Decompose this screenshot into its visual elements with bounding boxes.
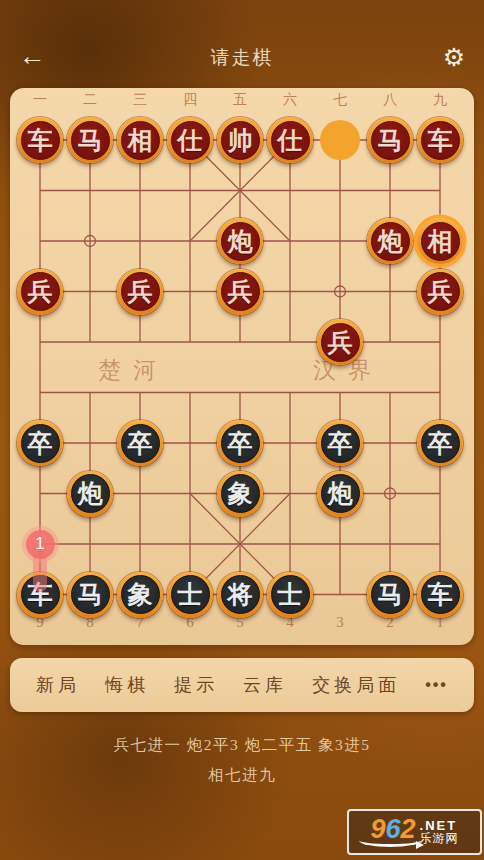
app-header: ← 请走棋 ⚙ [0, 0, 484, 88]
hint-move-marker[interactable]: 1 [26, 530, 55, 559]
piece-red-general[interactable]: 帅 [217, 117, 263, 163]
piece-label: 卒 [21, 424, 60, 463]
watermark-swoosh-arrow [359, 834, 421, 847]
piece-red-horse[interactable]: 马 [67, 117, 113, 163]
piece-black-soldier[interactable]: 卒 [17, 420, 63, 466]
page-title: 请走棋 [0, 45, 484, 71]
piece-label: 兵 [421, 272, 460, 311]
piece-label: 兵 [21, 272, 60, 311]
hint-button[interactable]: 提示 [174, 673, 218, 697]
piece-red-soldier[interactable]: 兵 [417, 269, 463, 315]
swap-sides-button[interactable]: 交换局面 [312, 673, 400, 697]
piece-label: 卒 [421, 424, 460, 463]
piece-label: 车 [421, 575, 460, 614]
piece-label: 马 [71, 575, 110, 614]
piece-label: 马 [71, 121, 110, 160]
move-history: 兵七进一 炮2平3 炮二平五 象3进5 相七进九 [0, 730, 484, 790]
piece-label: 仕 [171, 121, 210, 160]
piece-label: 马 [371, 121, 410, 160]
piece-red-chariot[interactable]: 车 [17, 117, 63, 163]
piece-black-soldier[interactable]: 卒 [417, 420, 463, 466]
piece-label: 炮 [371, 222, 410, 261]
piece-black-horse[interactable]: 马 [367, 572, 413, 618]
piece-red-elephant[interactable]: 相 [117, 117, 163, 163]
piece-label: 车 [421, 121, 460, 160]
piece-label: 炮 [221, 222, 260, 261]
xiangqi-board[interactable]: 一二三四五六七八九 987654321 楚河 汉界 车马相仕帅仕马车炮炮相兵兵兵… [10, 88, 474, 645]
watermark-logo: 962 .NET 乐游网 [347, 809, 482, 855]
piece-red-soldier[interactable]: 兵 [117, 269, 163, 315]
more-options-button[interactable]: ••• [425, 676, 448, 694]
piece-label: 兵 [321, 323, 360, 362]
piece-label: 象 [221, 474, 260, 513]
piece-label: 卒 [321, 424, 360, 463]
piece-black-cannon[interactable]: 炮 [67, 471, 113, 517]
piece-label: 马 [371, 575, 410, 614]
piece-red-soldier[interactable]: 兵 [17, 269, 63, 315]
piece-label: 士 [171, 575, 210, 614]
piece-black-cannon[interactable]: 炮 [317, 471, 363, 517]
piece-red-soldier[interactable]: 兵 [217, 269, 263, 315]
piece-label: 帅 [221, 121, 260, 160]
piece-black-elephant[interactable]: 象 [117, 572, 163, 618]
piece-label: 相 [421, 222, 460, 261]
piece-label: 卒 [221, 424, 260, 463]
piece-label: 炮 [321, 474, 360, 513]
piece-label: 兵 [221, 272, 260, 311]
piece-black-horse[interactable]: 马 [67, 572, 113, 618]
piece-red-elephant[interactable]: 相 [417, 218, 463, 264]
piece-black-general[interactable]: 将 [217, 572, 263, 618]
piece-label: 卒 [121, 424, 160, 463]
piece-black-advisor[interactable]: 士 [167, 572, 213, 618]
bottom-toolbar: 新局 悔棋 提示 云库 交换局面 ••• [10, 658, 474, 712]
piece-black-soldier[interactable]: 卒 [117, 420, 163, 466]
piece-label: 兵 [121, 272, 160, 311]
piece-label: 士 [271, 575, 310, 614]
watermark-site-name: 乐游网 [420, 832, 459, 845]
piece-red-advisor[interactable]: 仕 [167, 117, 213, 163]
piece-black-elephant[interactable]: 象 [217, 471, 263, 517]
red-file-labels: 一二三四五六七八九 [15, 91, 465, 109]
piece-label: 车 [21, 121, 60, 160]
piece-grid: 车马相仕帅仕马车炮炮相兵兵兵兵兵卒卒卒卒卒炮象炮车马象士将士马车1 [15, 115, 465, 620]
move-history-line-2: 相七进九 [0, 760, 484, 790]
piece-label: 象 [121, 575, 160, 614]
cloud-library-button[interactable]: 云库 [243, 673, 287, 697]
move-history-line-1: 兵七进一 炮2平3 炮二平五 象3进5 [0, 730, 484, 760]
piece-label: 炮 [71, 474, 110, 513]
settings-gear-icon[interactable]: ⚙ [438, 41, 470, 73]
piece-red-soldier[interactable]: 兵 [317, 319, 363, 365]
undo-button[interactable]: 悔棋 [105, 673, 149, 697]
piece-label: 相 [121, 121, 160, 160]
piece-black-advisor[interactable]: 士 [267, 572, 313, 618]
piece-black-chariot[interactable]: 车 [417, 572, 463, 618]
piece-red-advisor[interactable]: 仕 [267, 117, 313, 163]
piece-label: 仕 [271, 121, 310, 160]
piece-red-horse[interactable]: 马 [367, 117, 413, 163]
piece-red-cannon[interactable]: 炮 [367, 218, 413, 264]
piece-label: 将 [221, 575, 260, 614]
piece-black-soldier[interactable]: 卒 [217, 420, 263, 466]
last-move-origin-marker [320, 120, 360, 160]
piece-black-soldier[interactable]: 卒 [317, 420, 363, 466]
piece-red-chariot[interactable]: 车 [417, 117, 463, 163]
piece-red-cannon[interactable]: 炮 [217, 218, 263, 264]
new-game-button[interactable]: 新局 [36, 673, 80, 697]
